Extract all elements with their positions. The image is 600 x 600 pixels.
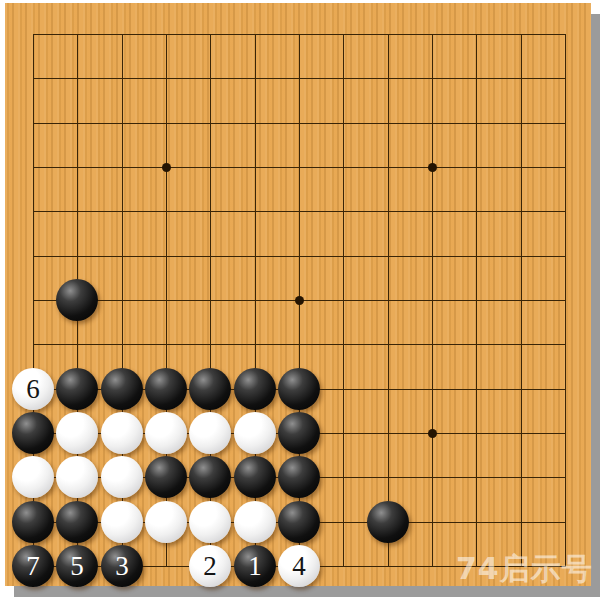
black-stone <box>189 368 231 410</box>
white-stone-move-4: 4 <box>278 545 320 587</box>
white-stone <box>12 456 54 498</box>
black-stone <box>189 456 231 498</box>
black-stone <box>234 456 276 498</box>
black-stone <box>145 456 187 498</box>
white-stone <box>101 456 143 498</box>
black-stone <box>56 368 98 410</box>
white-stone <box>189 412 231 454</box>
white-stone <box>145 412 187 454</box>
black-stone <box>56 279 98 321</box>
white-stone <box>234 501 276 543</box>
move-number: 1 <box>248 545 262 587</box>
black-stone <box>278 456 320 498</box>
white-stone <box>56 412 98 454</box>
move-number: 6 <box>26 368 40 410</box>
black-stone-move-3: 3 <box>101 545 143 587</box>
black-stone-move-7: 7 <box>12 545 54 587</box>
black-stone <box>145 368 187 410</box>
white-stone-move-6: 6 <box>12 368 54 410</box>
white-stone-move-2: 2 <box>189 545 231 587</box>
watermark: 74启示号 <box>456 551 596 587</box>
black-stone <box>367 501 409 543</box>
white-stone <box>189 501 231 543</box>
white-stone <box>234 412 276 454</box>
black-stone-move-5: 5 <box>56 545 98 587</box>
white-stone <box>101 501 143 543</box>
black-stone <box>278 368 320 410</box>
move-number: 2 <box>203 545 217 587</box>
move-number: 4 <box>292 545 306 587</box>
black-stone-move-1: 1 <box>234 545 276 587</box>
board-stones: 6753214 <box>5 3 591 586</box>
white-stone <box>101 412 143 454</box>
black-stone <box>101 368 143 410</box>
move-number: 3 <box>115 545 129 587</box>
black-stone <box>12 501 54 543</box>
move-number: 7 <box>26 545 40 587</box>
black-stone <box>278 412 320 454</box>
move-number: 5 <box>70 545 84 587</box>
white-stone <box>56 456 98 498</box>
go-board: 6753214 <box>5 3 591 586</box>
black-stone <box>234 368 276 410</box>
black-stone <box>12 412 54 454</box>
black-stone <box>278 501 320 543</box>
white-stone <box>145 501 187 543</box>
page-background: 6753214 74启示号 <box>0 0 600 600</box>
black-stone <box>56 501 98 543</box>
